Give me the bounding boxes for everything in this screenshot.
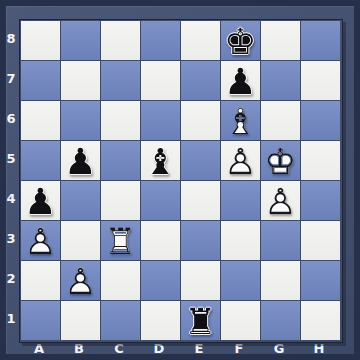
square-f4[interactable] xyxy=(220,180,260,220)
square-e8[interactable] xyxy=(180,20,220,60)
square-e6[interactable] xyxy=(180,100,220,140)
file-label-b: B xyxy=(59,341,99,360)
square-c3[interactable]: ♜♖ xyxy=(100,220,140,260)
piece-white-king-g5: ♚♔ xyxy=(261,142,300,181)
piece-white-rook-c3: ♜♖ xyxy=(101,222,140,261)
square-e1[interactable]: ♜ xyxy=(180,300,220,340)
piece-white-bishop-f6: ♝♗ xyxy=(221,102,260,141)
piece-white-pawn-f5: ♟♙ xyxy=(221,142,260,181)
file-label-e: E xyxy=(179,341,219,360)
rank-label-8: 8 xyxy=(0,19,19,59)
rank-label-5: 5 xyxy=(0,139,19,179)
rank-label-3: 3 xyxy=(0,219,19,259)
square-h5[interactable] xyxy=(300,140,340,180)
square-h8[interactable] xyxy=(300,20,340,60)
square-h4[interactable] xyxy=(300,180,340,220)
square-f1[interactable] xyxy=(220,300,260,340)
file-label-a: A xyxy=(19,341,59,360)
square-c4[interactable] xyxy=(100,180,140,220)
square-b2[interactable]: ♟♙ xyxy=(60,260,100,300)
square-h6[interactable] xyxy=(300,100,340,140)
piece-white-pawn-a3: ♟♙ xyxy=(21,222,60,261)
piece-black-king-f8: ♚ xyxy=(221,22,260,61)
square-a6[interactable] xyxy=(20,100,60,140)
square-d1[interactable] xyxy=(140,300,180,340)
square-e4[interactable] xyxy=(180,180,220,220)
square-g7[interactable] xyxy=(260,60,300,100)
square-e7[interactable] xyxy=(180,60,220,100)
square-d7[interactable] xyxy=(140,60,180,100)
square-a2[interactable] xyxy=(20,260,60,300)
piece-white-pawn-b2: ♟♙ xyxy=(61,262,100,301)
square-a3[interactable]: ♟♙ xyxy=(20,220,60,260)
rank-label-2: 2 xyxy=(0,259,19,299)
square-f5[interactable]: ♟♙ xyxy=(220,140,260,180)
square-f6[interactable]: ♝♗ xyxy=(220,100,260,140)
square-c6[interactable] xyxy=(100,100,140,140)
file-label-f: F xyxy=(219,341,259,360)
square-e5[interactable] xyxy=(180,140,220,180)
square-b6[interactable] xyxy=(60,100,100,140)
square-f7[interactable]: ♟ xyxy=(220,60,260,100)
square-g4[interactable]: ♟♙ xyxy=(260,180,300,220)
square-b4[interactable] xyxy=(60,180,100,220)
square-f8[interactable]: ♚ xyxy=(220,20,260,60)
square-g8[interactable] xyxy=(260,20,300,60)
file-label-g: G xyxy=(259,341,299,360)
piece-black-pawn-a4: ♟ xyxy=(21,182,60,221)
square-d5[interactable]: ♝ xyxy=(140,140,180,180)
square-f2[interactable] xyxy=(220,260,260,300)
file-label-h: H xyxy=(299,341,339,360)
rank-label-7: 7 xyxy=(0,59,19,99)
square-b5[interactable]: ♟ xyxy=(60,140,100,180)
square-d8[interactable] xyxy=(140,20,180,60)
square-h2[interactable] xyxy=(300,260,340,300)
square-a8[interactable] xyxy=(20,20,60,60)
square-g3[interactable] xyxy=(260,220,300,260)
square-c1[interactable] xyxy=(100,300,140,340)
square-b3[interactable] xyxy=(60,220,100,260)
square-a4[interactable]: ♟ xyxy=(20,180,60,220)
rank-label-4: 4 xyxy=(0,179,19,219)
square-c5[interactable] xyxy=(100,140,140,180)
piece-black-rook-e1: ♜ xyxy=(181,302,220,341)
rank-label-6: 6 xyxy=(0,99,19,139)
square-h7[interactable] xyxy=(300,60,340,100)
rank-labels: 87654321 xyxy=(0,19,19,339)
piece-white-pawn-g4: ♟♙ xyxy=(261,182,300,221)
square-b7[interactable] xyxy=(60,60,100,100)
square-a1[interactable] xyxy=(20,300,60,340)
file-label-c: C xyxy=(99,341,139,360)
square-c8[interactable] xyxy=(100,20,140,60)
square-g6[interactable] xyxy=(260,100,300,140)
square-c2[interactable] xyxy=(100,260,140,300)
square-e3[interactable] xyxy=(180,220,220,260)
square-h1[interactable] xyxy=(300,300,340,340)
square-e2[interactable] xyxy=(180,260,220,300)
piece-black-pawn-f7: ♟ xyxy=(221,62,260,101)
chess-board: ♚♟♝♗♟♝♟♙♚♔♟♟♙♟♙♜♖♟♙♜ xyxy=(19,19,343,343)
square-g2[interactable] xyxy=(260,260,300,300)
square-d3[interactable] xyxy=(140,220,180,260)
piece-black-pawn-b5: ♟ xyxy=(61,142,100,181)
square-h3[interactable] xyxy=(300,220,340,260)
square-d2[interactable] xyxy=(140,260,180,300)
file-label-d: D xyxy=(139,341,179,360)
square-g1[interactable] xyxy=(260,300,300,340)
square-b1[interactable] xyxy=(60,300,100,340)
square-d4[interactable] xyxy=(140,180,180,220)
square-a7[interactable] xyxy=(20,60,60,100)
chess-board-frame: 87654321 ABCDEFGH ♚♟♝♗♟♝♟♙♚♔♟♟♙♟♙♜♖♟♙♜ xyxy=(0,0,360,360)
square-d6[interactable] xyxy=(140,100,180,140)
piece-black-bishop-d5: ♝ xyxy=(141,142,180,181)
file-labels: ABCDEFGH xyxy=(19,341,341,360)
square-a5[interactable] xyxy=(20,140,60,180)
square-c7[interactable] xyxy=(100,60,140,100)
square-g5[interactable]: ♚♔ xyxy=(260,140,300,180)
rank-label-1: 1 xyxy=(0,299,19,339)
square-b8[interactable] xyxy=(60,20,100,60)
square-f3[interactable] xyxy=(220,220,260,260)
